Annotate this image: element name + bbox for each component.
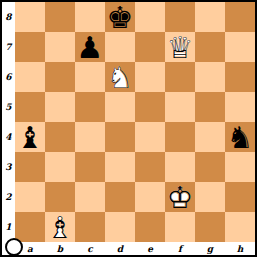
- square-e4[interactable]: [135, 122, 165, 152]
- square-e2[interactable]: [135, 182, 165, 212]
- square-b4[interactable]: [45, 122, 75, 152]
- file-label-h: h: [225, 242, 255, 255]
- black-bishop[interactable]: ♝: [15, 122, 45, 152]
- square-d8[interactable]: ♚: [105, 2, 135, 32]
- black-king-glyph: ♚: [105, 2, 135, 32]
- white-queen-glyph: ♕: [165, 32, 195, 62]
- chess-diagram: ♚♟♛♕♞♘♝♞♚♔♝♗ 87654321 abcdefgh: [0, 0, 257, 257]
- square-f5[interactable]: [165, 92, 195, 122]
- white-knight-glyph: ♘: [105, 62, 135, 92]
- square-c8[interactable]: [75, 2, 105, 32]
- square-d4[interactable]: [105, 122, 135, 152]
- chess-board: ♚♟♛♕♞♘♝♞♚♔♝♗: [15, 2, 255, 242]
- square-b6[interactable]: [45, 62, 75, 92]
- square-a8[interactable]: [15, 2, 45, 32]
- square-a2[interactable]: [15, 182, 45, 212]
- square-c3[interactable]: [75, 152, 105, 182]
- square-g8[interactable]: [195, 2, 225, 32]
- square-d2[interactable]: [105, 182, 135, 212]
- square-h1[interactable]: [225, 212, 255, 242]
- square-h3[interactable]: [225, 152, 255, 182]
- rank-label-6: 6: [2, 62, 15, 92]
- square-b3[interactable]: [45, 152, 75, 182]
- file-label-e: e: [135, 242, 165, 255]
- square-e5[interactable]: [135, 92, 165, 122]
- square-d6[interactable]: ♞♘: [105, 62, 135, 92]
- black-knight-glyph: ♞: [225, 122, 255, 152]
- square-c7[interactable]: ♟: [75, 32, 105, 62]
- square-f8[interactable]: [165, 2, 195, 32]
- square-h5[interactable]: [225, 92, 255, 122]
- square-h4[interactable]: ♞: [225, 122, 255, 152]
- square-e7[interactable]: [135, 32, 165, 62]
- square-a4[interactable]: ♝: [15, 122, 45, 152]
- square-c6[interactable]: [75, 62, 105, 92]
- square-f1[interactable]: [165, 212, 195, 242]
- rank-label-8: 8: [2, 2, 15, 32]
- square-c2[interactable]: [75, 182, 105, 212]
- square-d7[interactable]: [105, 32, 135, 62]
- square-a6[interactable]: [15, 62, 45, 92]
- square-c5[interactable]: [75, 92, 105, 122]
- square-g4[interactable]: [195, 122, 225, 152]
- file-label-g: g: [195, 242, 225, 255]
- square-h6[interactable]: [225, 62, 255, 92]
- square-e6[interactable]: [135, 62, 165, 92]
- square-f4[interactable]: [165, 122, 195, 152]
- square-g5[interactable]: [195, 92, 225, 122]
- file-label-f: f: [165, 242, 195, 255]
- square-a7[interactable]: [15, 32, 45, 62]
- square-g3[interactable]: [195, 152, 225, 182]
- white-bishop-glyph: ♗: [45, 212, 75, 242]
- file-label-d: d: [105, 242, 135, 255]
- square-d1[interactable]: [105, 212, 135, 242]
- white-bishop[interactable]: ♝♗: [45, 212, 75, 242]
- square-b5[interactable]: [45, 92, 75, 122]
- square-e1[interactable]: [135, 212, 165, 242]
- file-label-c: c: [75, 242, 105, 255]
- square-a5[interactable]: [15, 92, 45, 122]
- file-label-b: b: [45, 242, 75, 255]
- square-b2[interactable]: [45, 182, 75, 212]
- white-king-glyph: ♔: [165, 182, 195, 212]
- square-b1[interactable]: ♝♗: [45, 212, 75, 242]
- square-a1[interactable]: [15, 212, 45, 242]
- black-knight[interactable]: ♞: [225, 122, 255, 152]
- black-king[interactable]: ♚: [105, 2, 135, 32]
- square-e3[interactable]: [135, 152, 165, 182]
- square-h8[interactable]: [225, 2, 255, 32]
- square-h7[interactable]: [225, 32, 255, 62]
- square-g6[interactable]: [195, 62, 225, 92]
- white-king[interactable]: ♚♔: [165, 182, 195, 212]
- square-e8[interactable]: [135, 2, 165, 32]
- square-c4[interactable]: [75, 122, 105, 152]
- white-queen[interactable]: ♛♕: [165, 32, 195, 62]
- rank-label-2: 2: [2, 182, 15, 212]
- rank-label-7: 7: [2, 32, 15, 62]
- square-f3[interactable]: [165, 152, 195, 182]
- square-c1[interactable]: [75, 212, 105, 242]
- rank-label-3: 3: [2, 152, 15, 182]
- square-g7[interactable]: [195, 32, 225, 62]
- square-f7[interactable]: ♛♕: [165, 32, 195, 62]
- square-d3[interactable]: [105, 152, 135, 182]
- square-f6[interactable]: [165, 62, 195, 92]
- square-b7[interactable]: [45, 32, 75, 62]
- white-knight[interactable]: ♞♘: [105, 62, 135, 92]
- square-a3[interactable]: [15, 152, 45, 182]
- black-pawn-glyph: ♟: [75, 32, 105, 62]
- black-bishop-glyph: ♝: [15, 122, 45, 152]
- square-h2[interactable]: [225, 182, 255, 212]
- square-d5[interactable]: [105, 92, 135, 122]
- square-b8[interactable]: [45, 2, 75, 32]
- rank-label-4: 4: [2, 122, 15, 152]
- white-to-move-indicator: [5, 238, 23, 256]
- rank-label-5: 5: [2, 92, 15, 122]
- black-pawn[interactable]: ♟: [75, 32, 105, 62]
- square-f2[interactable]: ♚♔: [165, 182, 195, 212]
- square-g2[interactable]: [195, 182, 225, 212]
- square-g1[interactable]: [195, 212, 225, 242]
